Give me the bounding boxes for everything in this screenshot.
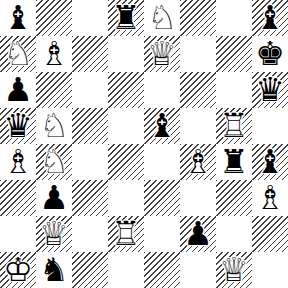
square-c4[interactable]	[72, 144, 108, 180]
white-king-icon: ♚♔	[0, 252, 36, 288]
square-b6[interactable]	[36, 72, 72, 108]
black-bishop-icon: ♝♝	[0, 0, 36, 36]
square-h2[interactable]	[252, 216, 288, 252]
white-rook-icon: ♜♖	[108, 216, 144, 252]
square-e7[interactable]: ♛♕	[144, 36, 180, 72]
white-queen-icon: ♛♕	[216, 252, 252, 288]
white-king-outline: ♔	[0, 252, 36, 288]
square-c5[interactable]	[72, 108, 108, 144]
black-bishop-icon: ♝♝	[252, 144, 288, 180]
square-g1[interactable]: ♛♕	[216, 252, 252, 288]
white-rook-outline: ♖	[216, 108, 252, 144]
white-bishop-outline: ♗	[180, 144, 216, 180]
white-knight-icon: ♞♘	[0, 36, 36, 72]
square-d4[interactable]	[108, 144, 144, 180]
black-king-outline: ♚	[252, 36, 288, 72]
square-a5[interactable]: ♛♛	[0, 108, 36, 144]
square-h7[interactable]: ♚♚	[252, 36, 288, 72]
square-b7[interactable]: ♝♗	[36, 36, 72, 72]
white-queen-outline: ♕	[216, 252, 252, 288]
square-e3[interactable]	[144, 180, 180, 216]
black-rook-icon: ♜♜	[216, 144, 252, 180]
square-c7[interactable]	[72, 36, 108, 72]
white-bishop-outline: ♗	[252, 180, 288, 216]
square-a1[interactable]: ♚♔	[0, 252, 36, 288]
black-pawn-icon: ♟♟	[0, 72, 36, 108]
square-d2[interactable]: ♜♖	[108, 216, 144, 252]
black-queen-icon: ♛♛	[0, 108, 36, 144]
black-queen-outline: ♛	[0, 108, 36, 144]
white-knight-outline: ♘	[0, 36, 36, 72]
square-e8[interactable]: ♞♘	[144, 0, 180, 36]
white-knight-icon: ♞♘	[36, 144, 72, 180]
square-a2[interactable]	[0, 216, 36, 252]
square-g8[interactable]	[216, 0, 252, 36]
black-bishop-outline: ♝	[0, 0, 36, 36]
square-f1[interactable]	[180, 252, 216, 288]
white-knight-outline: ♘	[36, 108, 72, 144]
black-knight-icon: ♞♞	[36, 252, 72, 288]
square-c2[interactable]	[72, 216, 108, 252]
white-knight-icon: ♞♘	[144, 0, 180, 36]
square-f5[interactable]	[180, 108, 216, 144]
black-bishop-icon: ♝♝	[252, 0, 288, 36]
square-g2[interactable]	[216, 216, 252, 252]
black-knight-outline: ♞	[36, 252, 72, 288]
square-g5[interactable]: ♜♖	[216, 108, 252, 144]
square-e2[interactable]	[144, 216, 180, 252]
square-h1[interactable]	[252, 252, 288, 288]
square-f7[interactable]	[180, 36, 216, 72]
white-bishop-outline: ♗	[36, 36, 72, 72]
square-a8[interactable]: ♝♝	[0, 0, 36, 36]
square-d1[interactable]	[108, 252, 144, 288]
black-pawn-outline: ♟	[36, 180, 72, 216]
square-b2[interactable]: ♛♕	[36, 216, 72, 252]
square-d6[interactable]	[108, 72, 144, 108]
square-f2[interactable]: ♟♟	[180, 216, 216, 252]
square-g4[interactable]: ♜♜	[216, 144, 252, 180]
square-a4[interactable]: ♝♗	[0, 144, 36, 180]
square-h3[interactable]: ♝♗	[252, 180, 288, 216]
square-b3[interactable]: ♟♟	[36, 180, 72, 216]
white-bishop-icon: ♝♗	[252, 180, 288, 216]
white-queen-outline: ♕	[36, 216, 72, 252]
black-pawn-icon: ♟♟	[180, 216, 216, 252]
white-knight-outline: ♘	[36, 144, 72, 180]
black-queen-outline: ♛	[252, 72, 288, 108]
square-g6[interactable]	[216, 72, 252, 108]
square-f3[interactable]	[180, 180, 216, 216]
black-pawn-icon: ♟♟	[36, 180, 72, 216]
square-e4[interactable]	[144, 144, 180, 180]
square-c6[interactable]	[72, 72, 108, 108]
white-knight-icon: ♞♘	[36, 108, 72, 144]
square-h6[interactable]: ♛♛	[252, 72, 288, 108]
square-b1[interactable]: ♞♞	[36, 252, 72, 288]
white-knight-outline: ♘	[144, 0, 180, 36]
square-g7[interactable]	[216, 36, 252, 72]
white-queen-outline: ♕	[144, 36, 180, 72]
black-king-icon: ♚♚	[252, 36, 288, 72]
square-h8[interactable]: ♝♝	[252, 0, 288, 36]
square-a6[interactable]: ♟♟	[0, 72, 36, 108]
square-f4[interactable]: ♝♗	[180, 144, 216, 180]
square-a7[interactable]: ♞♘	[0, 36, 36, 72]
square-h4[interactable]: ♝♝	[252, 144, 288, 180]
square-g3[interactable]	[216, 180, 252, 216]
square-f8[interactable]	[180, 0, 216, 36]
black-bishop-outline: ♝	[252, 144, 288, 180]
white-bishop-icon: ♝♗	[180, 144, 216, 180]
white-bishop-outline: ♗	[0, 144, 36, 180]
white-bishop-icon: ♝♗	[0, 144, 36, 180]
black-bishop-icon: ♝♝	[144, 108, 180, 144]
square-f6[interactable]	[180, 72, 216, 108]
black-bishop-outline: ♝	[144, 108, 180, 144]
square-e5[interactable]: ♝♝	[144, 108, 180, 144]
white-rook-outline: ♖	[108, 216, 144, 252]
white-bishop-icon: ♝♗	[36, 36, 72, 72]
square-h5[interactable]	[252, 108, 288, 144]
square-b8[interactable]	[36, 0, 72, 36]
square-c8[interactable]	[72, 0, 108, 36]
square-e6[interactable]	[144, 72, 180, 108]
black-queen-icon: ♛♛	[252, 72, 288, 108]
chess-board: ♝♝♜♜♞♘♝♝♞♘♝♗♛♕♚♚♟♟♛♛♛♛♞♘♝♝♜♖♝♗♞♘♝♗♜♜♝♝♟♟…	[0, 0, 288, 288]
black-rook-outline: ♜	[108, 0, 144, 36]
black-bishop-outline: ♝	[252, 0, 288, 36]
black-rook-outline: ♜	[216, 144, 252, 180]
white-queen-icon: ♛♕	[36, 216, 72, 252]
square-c3[interactable]	[72, 180, 108, 216]
white-rook-icon: ♜♖	[216, 108, 252, 144]
square-d7[interactable]	[108, 36, 144, 72]
square-d3[interactable]	[108, 180, 144, 216]
square-b5[interactable]: ♞♘	[36, 108, 72, 144]
square-c1[interactable]	[72, 252, 108, 288]
white-queen-icon: ♛♕	[144, 36, 180, 72]
square-b4[interactable]: ♞♘	[36, 144, 72, 180]
square-d5[interactable]	[108, 108, 144, 144]
black-rook-icon: ♜♜	[108, 0, 144, 36]
black-pawn-outline: ♟	[0, 72, 36, 108]
square-a3[interactable]	[0, 180, 36, 216]
square-e1[interactable]	[144, 252, 180, 288]
black-pawn-outline: ♟	[180, 216, 216, 252]
square-d8[interactable]: ♜♜	[108, 0, 144, 36]
